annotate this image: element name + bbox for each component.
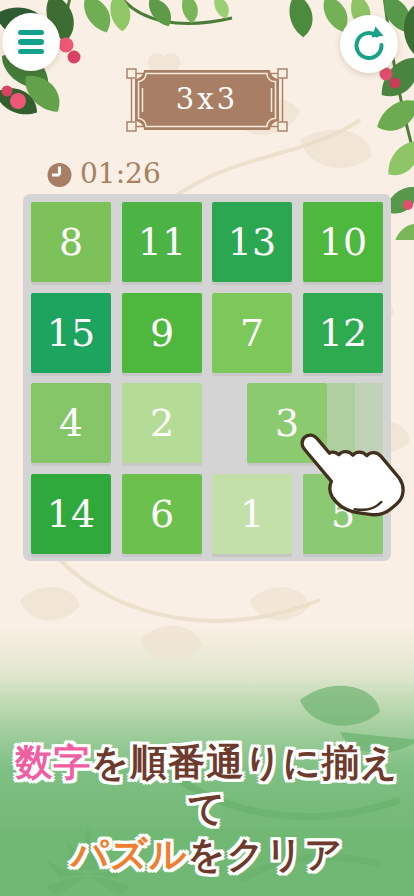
instruction-highlight-1: 数字 (15, 741, 91, 784)
tile-14[interactable]: 14 (31, 474, 111, 554)
tile-10[interactable]: 10 (303, 202, 383, 282)
tile-2[interactable]: 2 (122, 383, 202, 463)
tile-15[interactable]: 15 (31, 293, 111, 373)
restart-icon (349, 24, 389, 64)
menu-button[interactable] (2, 13, 60, 71)
tile-12[interactable]: 12 (303, 293, 383, 373)
hamburger-icon (18, 30, 44, 55)
app-screen: 3x3 01:26 811131015971242314615 数字を順番通りに… (0, 0, 414, 896)
berries-icon (380, 68, 414, 211)
tile-motion-trail (355, 383, 383, 463)
tile-13[interactable]: 13 (212, 202, 292, 282)
level-plaque: 3x3 (125, 68, 289, 132)
tile-5[interactable]: 5 (303, 474, 383, 554)
clock-icon (46, 161, 73, 188)
tile-9[interactable]: 9 (122, 293, 202, 373)
instruction-highlight-2: パズル (71, 833, 188, 876)
tile-6[interactable]: 6 (122, 474, 202, 554)
instruction-line-1: 数字を順番通りに揃えて (0, 740, 414, 832)
tile-7[interactable]: 7 (212, 293, 292, 373)
timer: 01:26 (46, 160, 161, 188)
puzzle-board: 811131015971242314615 (23, 194, 391, 561)
tile-motion-trail (327, 383, 355, 463)
tile-8[interactable]: 8 (31, 202, 111, 282)
timer-value: 01:26 (80, 160, 161, 188)
restart-button[interactable] (340, 15, 398, 73)
instruction-line-2: パズルをクリア (0, 832, 414, 878)
instruction-text: 数字を順番通りに揃えて パズルをクリア (0, 740, 414, 878)
tile-11[interactable]: 11 (122, 202, 202, 282)
tile-3[interactable]: 3 (247, 383, 327, 463)
tile-1[interactable]: 1 (212, 474, 292, 554)
tile-4[interactable]: 4 (31, 383, 111, 463)
level-size-label: 3x3 (125, 68, 289, 132)
